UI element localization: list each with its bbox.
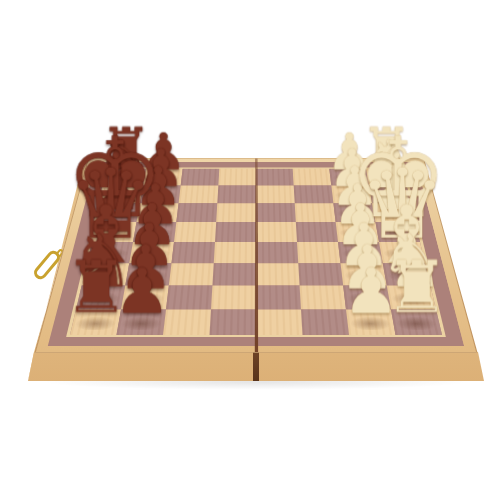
square-d4 [256, 242, 298, 263]
chess-board: ♜♟♟♜♞♟♟♞♝♟♟♝♚♟♟♚♛♟♟♛♝♟♟♝♞♟♟♞♜♟♟♜ [34, 158, 477, 353]
square-h4 [256, 169, 294, 186]
square-a3 [301, 309, 349, 335]
square-d5 [214, 242, 256, 263]
square-a4 [256, 309, 303, 335]
square-c4 [256, 263, 300, 285]
square-h6 [181, 169, 220, 186]
square-a1: ♜ [391, 309, 442, 335]
square-g6 [179, 186, 219, 204]
chess-set-photo: ♜♟♟♜♞♟♟♞♝♟♟♝♚♟♟♚♛♟♟♛♝♟♟♝♞♟♟♞♜♟♟♜ [0, 0, 500, 500]
square-b6 [166, 286, 212, 310]
square-b5 [211, 286, 256, 310]
square-e3 [296, 222, 338, 242]
square-g4 [256, 186, 295, 204]
black-pawn: ♟ [113, 261, 169, 324]
square-f4 [256, 203, 296, 222]
square-a7: ♟ [116, 309, 166, 335]
square-e4 [256, 222, 297, 242]
square-c5 [212, 263, 256, 285]
square-c6 [169, 263, 214, 285]
square-b4 [256, 286, 301, 310]
square-h3 [293, 169, 332, 186]
square-c3 [298, 263, 343, 285]
square-f6 [176, 203, 217, 222]
fold-seam-front [253, 352, 259, 381]
white-rook: ♜ [384, 252, 448, 323]
square-d6 [171, 242, 215, 263]
square-a6 [163, 309, 211, 335]
square-e5 [215, 222, 256, 242]
square-a5 [209, 309, 256, 335]
square-e6 [174, 222, 216, 242]
square-h5 [218, 169, 256, 186]
square-b3 [300, 286, 346, 310]
square-f5 [216, 203, 256, 222]
square-d3 [297, 242, 341, 263]
square-g3 [294, 186, 334, 204]
square-f3 [295, 203, 336, 222]
square-g5 [217, 186, 256, 204]
